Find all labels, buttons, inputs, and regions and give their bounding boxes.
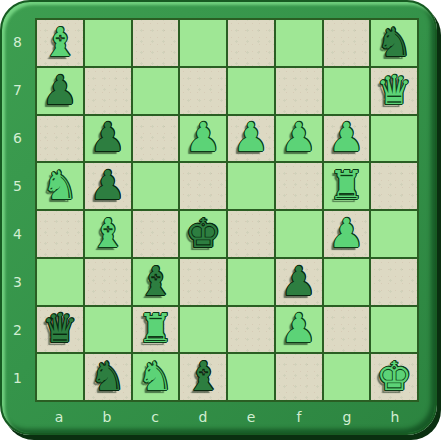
piece-white-knight[interactable]: ♞	[137, 356, 173, 396]
piece-black-queen[interactable]: ♛	[42, 308, 78, 348]
piece-white-queen[interactable]: ♛	[376, 70, 412, 110]
piece-white-pawn[interactable]: ♟	[281, 308, 317, 348]
piece-white-pawn[interactable]: ♟	[328, 117, 364, 157]
piece-white-pawn[interactable]: ♟	[233, 117, 269, 157]
square-b7[interactable]	[85, 68, 131, 114]
square-a4[interactable]	[37, 211, 83, 257]
square-d2[interactable]	[180, 307, 226, 353]
square-c2[interactable]: ♜	[133, 307, 179, 353]
square-c3[interactable]: ♝	[133, 259, 179, 305]
square-d4[interactable]: ♚	[180, 211, 226, 257]
square-a3[interactable]	[37, 259, 83, 305]
square-f5[interactable]	[276, 163, 322, 209]
square-f7[interactable]	[276, 68, 322, 114]
piece-black-bishop[interactable]: ♝	[137, 261, 173, 301]
square-e7[interactable]	[228, 68, 274, 114]
square-e3[interactable]	[228, 259, 274, 305]
rank-label-6: 6	[0, 114, 35, 162]
piece-black-knight[interactable]: ♞	[90, 356, 126, 396]
piece-black-bishop[interactable]: ♝	[185, 356, 221, 396]
piece-white-rook[interactable]: ♜	[137, 308, 173, 348]
piece-white-pawn[interactable]: ♟	[328, 213, 364, 253]
square-g3[interactable]	[324, 259, 370, 305]
square-c6[interactable]	[133, 116, 179, 162]
square-g8[interactable]	[324, 20, 370, 66]
square-h3[interactable]	[371, 259, 417, 305]
piece-white-knight[interactable]: ♞	[42, 165, 78, 205]
file-label-g: g	[323, 402, 371, 430]
piece-black-knight[interactable]: ♞	[376, 22, 412, 62]
square-f6[interactable]: ♟	[276, 116, 322, 162]
square-e2[interactable]	[228, 307, 274, 353]
square-d6[interactable]: ♟	[180, 116, 226, 162]
square-a1[interactable]	[37, 354, 83, 400]
square-b1[interactable]: ♞	[85, 354, 131, 400]
file-label-c: c	[131, 402, 179, 430]
rank-label-5: 5	[0, 162, 35, 210]
file-label-e: e	[227, 402, 275, 430]
rank-label-8: 8	[0, 18, 35, 66]
square-g6[interactable]: ♟	[324, 116, 370, 162]
rank-labels: 87654321	[0, 18, 35, 402]
file-label-a: a	[35, 402, 83, 430]
piece-black-pawn[interactable]: ♟	[42, 70, 78, 110]
square-h4[interactable]	[371, 211, 417, 257]
square-b4[interactable]: ♝	[85, 211, 131, 257]
square-d1[interactable]: ♝	[180, 354, 226, 400]
square-f4[interactable]	[276, 211, 322, 257]
square-b6[interactable]: ♟	[85, 116, 131, 162]
rank-label-1: 1	[0, 354, 35, 402]
square-d7[interactable]	[180, 68, 226, 114]
square-h1[interactable]: ♚	[371, 354, 417, 400]
square-c5[interactable]	[133, 163, 179, 209]
square-f1[interactable]	[276, 354, 322, 400]
square-h8[interactable]: ♞	[371, 20, 417, 66]
square-e8[interactable]	[228, 20, 274, 66]
file-labels: abcdefgh	[35, 402, 419, 430]
square-h6[interactable]	[371, 116, 417, 162]
square-a5[interactable]: ♞	[37, 163, 83, 209]
square-g2[interactable]	[324, 307, 370, 353]
square-a2[interactable]: ♛	[37, 307, 83, 353]
square-b5[interactable]: ♟	[85, 163, 131, 209]
file-label-b: b	[83, 402, 131, 430]
piece-white-king[interactable]: ♚	[376, 356, 412, 396]
piece-white-bishop[interactable]: ♝	[90, 213, 126, 253]
piece-black-pawn[interactable]: ♟	[281, 261, 317, 301]
square-g1[interactable]	[324, 354, 370, 400]
square-a8[interactable]: ♝	[37, 20, 83, 66]
file-label-h: h	[371, 402, 419, 430]
square-e6[interactable]: ♟	[228, 116, 274, 162]
square-f3[interactable]: ♟	[276, 259, 322, 305]
square-g4[interactable]: ♟	[324, 211, 370, 257]
piece-black-pawn[interactable]: ♟	[90, 117, 126, 157]
square-a6[interactable]	[37, 116, 83, 162]
file-label-d: d	[179, 402, 227, 430]
rank-label-2: 2	[0, 306, 35, 354]
piece-white-pawn[interactable]: ♟	[185, 117, 221, 157]
square-f2[interactable]: ♟	[276, 307, 322, 353]
piece-black-pawn[interactable]: ♟	[90, 165, 126, 205]
square-b8[interactable]	[85, 20, 131, 66]
square-b3[interactable]	[85, 259, 131, 305]
rank-label-7: 7	[0, 66, 35, 114]
square-e1[interactable]	[228, 354, 274, 400]
rank-label-3: 3	[0, 258, 35, 306]
square-h2[interactable]	[371, 307, 417, 353]
piece-white-rook[interactable]: ♜	[328, 165, 364, 205]
square-d8[interactable]	[180, 20, 226, 66]
piece-white-pawn[interactable]: ♟	[281, 117, 317, 157]
square-g7[interactable]	[324, 68, 370, 114]
piece-white-bishop[interactable]: ♝	[42, 22, 78, 62]
square-c7[interactable]	[133, 68, 179, 114]
square-e5[interactable]	[228, 163, 274, 209]
board-grid: ♝♞♟♛♟♟♟♟♟♞♟♜♝♚♟♝♟♛♜♟♞♞♝♚	[35, 18, 419, 402]
file-label-f: f	[275, 402, 323, 430]
square-g5[interactable]: ♜	[324, 163, 370, 209]
square-a7[interactable]: ♟	[37, 68, 83, 114]
chess-app-window: 87654321 ♝♞♟♛♟♟♟♟♟♞♟♜♝♚♟♝♟♛♜♟♞♞♝♚ abcdef…	[0, 0, 444, 442]
square-c4[interactable]	[133, 211, 179, 257]
square-h5[interactable]	[371, 163, 417, 209]
piece-black-king[interactable]: ♚	[185, 213, 221, 253]
square-c1[interactable]: ♞	[133, 354, 179, 400]
square-h7[interactable]: ♛	[371, 68, 417, 114]
square-d5[interactable]	[180, 163, 226, 209]
square-f8[interactable]	[276, 20, 322, 66]
square-b2[interactable]	[85, 307, 131, 353]
rank-label-4: 4	[0, 210, 35, 258]
square-d3[interactable]	[180, 259, 226, 305]
square-c8[interactable]	[133, 20, 179, 66]
square-e4[interactable]	[228, 211, 274, 257]
